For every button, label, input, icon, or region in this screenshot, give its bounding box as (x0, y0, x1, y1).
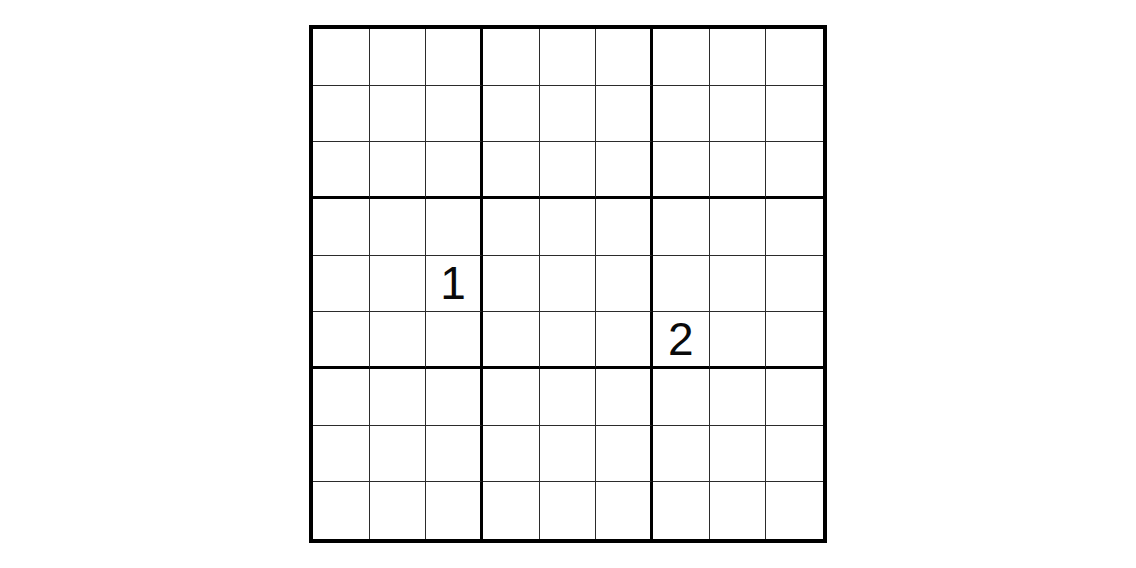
cell-r8c9[interactable] (766, 426, 823, 483)
cell-r5c9[interactable] (766, 256, 823, 313)
cell-r4c8[interactable] (710, 199, 767, 256)
cell-r5c4[interactable] (483, 256, 540, 313)
cell-r9c9[interactable] (766, 482, 823, 539)
cell-r1c4[interactable] (483, 29, 540, 86)
cell-r4c4[interactable] (483, 199, 540, 256)
cell-r5c8[interactable] (710, 256, 767, 313)
cell-r2c2[interactable] (370, 86, 427, 143)
cell-r2c5[interactable] (540, 86, 597, 143)
cell-r9c1[interactable] (313, 482, 370, 539)
cell-r6c1[interactable] (313, 312, 370, 369)
cell-r1c7[interactable] (653, 29, 710, 86)
cell-r4c3[interactable] (426, 199, 483, 256)
cell-r8c8[interactable] (710, 426, 767, 483)
cell-r9c8[interactable] (710, 482, 767, 539)
cell-r6c5[interactable] (540, 312, 597, 369)
cell-r2c7[interactable] (653, 86, 710, 143)
cell-r8c1[interactable] (313, 426, 370, 483)
cell-r3c9[interactable] (766, 142, 823, 199)
page-background: 12 (0, 0, 1136, 568)
cell-r8c2[interactable] (370, 426, 427, 483)
cell-r9c2[interactable] (370, 482, 427, 539)
cell-r6c6[interactable] (596, 312, 653, 369)
cell-r3c2[interactable] (370, 142, 427, 199)
cell-r6c7[interactable]: 2 (653, 312, 710, 369)
cell-r9c6[interactable] (596, 482, 653, 539)
cell-r4c9[interactable] (766, 199, 823, 256)
cell-r4c2[interactable] (370, 199, 427, 256)
cell-r2c4[interactable] (483, 86, 540, 143)
given-digit: 1 (440, 260, 466, 306)
cell-r3c7[interactable] (653, 142, 710, 199)
cell-r7c4[interactable] (483, 369, 540, 426)
cell-r9c3[interactable] (426, 482, 483, 539)
cell-r1c1[interactable] (313, 29, 370, 86)
cell-r3c3[interactable] (426, 142, 483, 199)
cell-r7c3[interactable] (426, 369, 483, 426)
sudoku-board: 12 (309, 25, 827, 543)
cell-r3c8[interactable] (710, 142, 767, 199)
cell-r6c3[interactable] (426, 312, 483, 369)
cell-r4c5[interactable] (540, 199, 597, 256)
cell-r6c4[interactable] (483, 312, 540, 369)
cell-r2c6[interactable] (596, 86, 653, 143)
given-digit: 2 (668, 316, 694, 362)
cell-r1c2[interactable] (370, 29, 427, 86)
cell-r1c3[interactable] (426, 29, 483, 86)
cell-r3c1[interactable] (313, 142, 370, 199)
cell-r8c5[interactable] (540, 426, 597, 483)
cell-r7c1[interactable] (313, 369, 370, 426)
cell-r2c8[interactable] (710, 86, 767, 143)
cell-r7c5[interactable] (540, 369, 597, 426)
cell-r1c5[interactable] (540, 29, 597, 86)
cell-r1c6[interactable] (596, 29, 653, 86)
cell-r9c5[interactable] (540, 482, 597, 539)
cell-r7c7[interactable] (653, 369, 710, 426)
cell-r7c2[interactable] (370, 369, 427, 426)
cell-r2c3[interactable] (426, 86, 483, 143)
cell-r8c4[interactable] (483, 426, 540, 483)
cell-r5c1[interactable] (313, 256, 370, 313)
cell-r6c2[interactable] (370, 312, 427, 369)
cell-r9c4[interactable] (483, 482, 540, 539)
cell-r5c6[interactable] (596, 256, 653, 313)
cell-r8c6[interactable] (596, 426, 653, 483)
cell-r7c9[interactable] (766, 369, 823, 426)
cell-r1c8[interactable] (710, 29, 767, 86)
cell-r2c9[interactable] (766, 86, 823, 143)
cell-r5c2[interactable] (370, 256, 427, 313)
cell-r4c7[interactable] (653, 199, 710, 256)
cell-r7c6[interactable] (596, 369, 653, 426)
cell-r6c8[interactable] (710, 312, 767, 369)
cell-r8c3[interactable] (426, 426, 483, 483)
cell-r6c9[interactable] (766, 312, 823, 369)
cell-r4c6[interactable] (596, 199, 653, 256)
cell-r9c7[interactable] (653, 482, 710, 539)
cell-r5c5[interactable] (540, 256, 597, 313)
cell-r3c4[interactable] (483, 142, 540, 199)
cell-r4c1[interactable] (313, 199, 370, 256)
cell-r1c9[interactable] (766, 29, 823, 86)
cell-r5c7[interactable] (653, 256, 710, 313)
cell-r3c6[interactable] (596, 142, 653, 199)
cell-r7c8[interactable] (710, 369, 767, 426)
cell-r8c7[interactable] (653, 426, 710, 483)
cell-r3c5[interactable] (540, 142, 597, 199)
cell-r5c3[interactable]: 1 (426, 256, 483, 313)
cell-r2c1[interactable] (313, 86, 370, 143)
